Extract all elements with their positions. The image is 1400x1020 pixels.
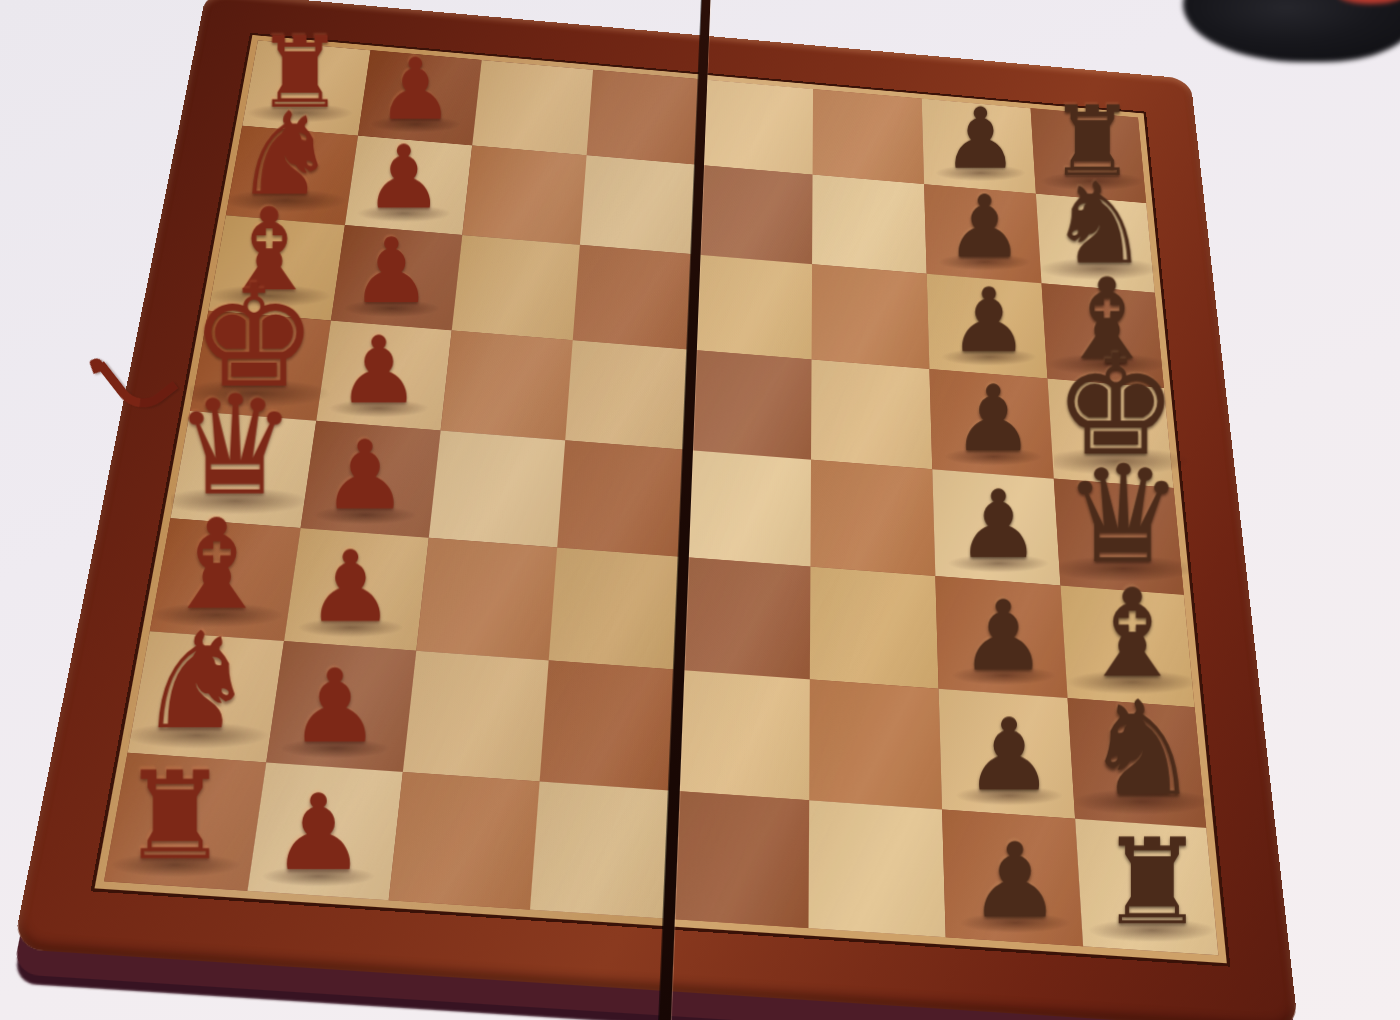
square-r6c4[interactable] xyxy=(674,670,809,800)
pawn-glyph: ♟ xyxy=(289,656,380,758)
piece-black-pawn[interactable]: ♟ xyxy=(924,97,1037,181)
chess-board: ♜♟♟♜♞♟♟♞♝♟♟♝♚♟♟♚♛♟♟♛♝♟♟♝♞♟♟♞♜♟♟♜ xyxy=(13,0,1299,1020)
square-r2c4[interactable] xyxy=(692,254,812,359)
piece-black-pawn[interactable]: ♟ xyxy=(946,830,1085,933)
square-r6c5[interactable] xyxy=(809,679,942,809)
piece-white-rook[interactable]: ♜ xyxy=(104,755,246,877)
pawn-glyph: ♟ xyxy=(956,478,1040,572)
square-r6c2[interactable] xyxy=(403,651,548,781)
rook-glyph: ♜ xyxy=(1098,823,1204,942)
square-r3c4[interactable] xyxy=(688,349,811,459)
square-r2c5[interactable] xyxy=(811,264,929,369)
square-r4c1[interactable]: ♟ xyxy=(300,421,441,538)
pawn-glyph: ♟ xyxy=(946,184,1023,270)
pawn-glyph: ♟ xyxy=(943,97,1018,181)
square-r1c4[interactable] xyxy=(696,165,812,265)
piece-white-pawn[interactable]: ♟ xyxy=(284,538,416,637)
square-r3c1[interactable]: ♟ xyxy=(316,320,452,430)
red-detail xyxy=(1337,0,1400,4)
square-r5c1[interactable]: ♟ xyxy=(283,528,428,651)
square-r7c3[interactable] xyxy=(529,781,674,919)
square-r2c3[interactable] xyxy=(572,245,696,350)
square-r1c2[interactable] xyxy=(462,145,586,245)
square-r4c3[interactable] xyxy=(557,440,688,556)
square-r6c6[interactable]: ♟ xyxy=(939,689,1075,818)
knight-glyph: ♞ xyxy=(137,615,257,748)
square-r5c4[interactable] xyxy=(679,557,810,680)
piece-black-pawn[interactable]: ♟ xyxy=(932,374,1055,465)
rook-glyph: ♜ xyxy=(121,755,230,877)
square-r7c5[interactable] xyxy=(808,800,946,937)
pawn-glyph: ♟ xyxy=(337,324,420,417)
piece-white-pawn[interactable]: ♟ xyxy=(358,47,472,132)
piece-white-pawn[interactable]: ♟ xyxy=(345,134,463,222)
square-r2c1[interactable]: ♟ xyxy=(331,225,463,330)
square-r3c5[interactable] xyxy=(811,359,933,469)
pawn-glyph: ♟ xyxy=(271,781,365,886)
square-r2c2[interactable] xyxy=(452,235,580,340)
square-r4c4[interactable] xyxy=(684,450,811,566)
unidentified-dark-object xyxy=(1183,0,1400,62)
board-frame: ♜♟♟♜♞♟♟♞♝♟♟♝♚♟♟♚♛♟♟♛♝♟♟♝♞♟♟♞♜♟♟♜ xyxy=(13,0,1299,1020)
piece-black-pawn[interactable]: ♟ xyxy=(929,276,1048,365)
piece-black-knight[interactable]: ♞ xyxy=(1074,684,1208,814)
piece-black-pawn[interactable]: ♟ xyxy=(935,478,1061,572)
square-r4c5[interactable] xyxy=(810,460,935,576)
square-r5c3[interactable] xyxy=(548,547,684,670)
piece-black-pawn[interactable]: ♟ xyxy=(927,184,1043,270)
pawn-glyph: ♟ xyxy=(306,538,394,637)
square-r1c3[interactable] xyxy=(579,155,699,255)
square-r0c4[interactable] xyxy=(699,79,812,174)
square-r6c0[interactable]: ♞ xyxy=(128,631,284,762)
piece-black-pawn[interactable]: ♟ xyxy=(942,705,1076,805)
square-r3c3[interactable] xyxy=(565,340,692,450)
pawn-glyph: ♟ xyxy=(953,374,1035,465)
board-grid: ♜♟♟♜♞♟♟♞♝♟♟♝♚♟♟♚♛♟♟♛♝♟♟♝♞♟♟♞♜♟♟♜ xyxy=(104,40,1218,955)
piece-black-rook[interactable]: ♜ xyxy=(1082,823,1220,942)
square-r4c2[interactable] xyxy=(429,431,565,547)
pawn-glyph: ♟ xyxy=(969,830,1062,933)
knight-glyph: ♞ xyxy=(1083,684,1200,814)
pawn-glyph: ♟ xyxy=(960,588,1047,685)
square-r7c1[interactable]: ♟ xyxy=(247,762,403,900)
pawn-glyph: ♟ xyxy=(949,276,1029,365)
square-r4c6[interactable]: ♟ xyxy=(932,469,1060,585)
piece-white-pawn[interactable]: ♟ xyxy=(266,656,403,758)
pawn-glyph: ♟ xyxy=(364,134,443,222)
piece-white-knight[interactable]: ♞ xyxy=(128,615,265,748)
square-r6c3[interactable] xyxy=(539,660,679,790)
square-r5c5[interactable] xyxy=(809,566,938,689)
pawn-glyph: ♟ xyxy=(377,47,453,132)
square-r7c0[interactable]: ♜ xyxy=(104,752,266,891)
square-r7c2[interactable] xyxy=(389,771,539,909)
square-r6c7[interactable]: ♞ xyxy=(1067,698,1206,827)
piece-black-pawn[interactable]: ♟ xyxy=(939,588,1069,685)
square-r7c7[interactable]: ♜ xyxy=(1075,818,1219,955)
square-r3c2[interactable] xyxy=(441,330,573,440)
photo-scene: ♜♟♟♜♞♟♟♞♝♟♟♝♚♟♟♚♛♟♟♛♝♟♟♝♞♟♟♞♜♟♟♜ xyxy=(0,0,1400,1020)
board-playing-area: ♜♟♟♜♞♟♟♞♝♟♟♝♚♟♟♚♛♟♟♛♝♟♟♝♞♟♟♞♜♟♟♜ xyxy=(90,33,1230,967)
piece-white-pawn[interactable]: ♟ xyxy=(300,428,428,524)
square-r0c5[interactable] xyxy=(812,89,924,184)
pawn-glyph: ♟ xyxy=(351,227,432,317)
pawn-glyph: ♟ xyxy=(964,705,1054,805)
square-r5c2[interactable] xyxy=(416,537,556,660)
square-r7c6[interactable]: ♟ xyxy=(942,809,1082,946)
square-r6c1[interactable]: ♟ xyxy=(266,641,416,771)
square-r0c3[interactable] xyxy=(586,70,703,165)
pawn-glyph: ♟ xyxy=(322,428,408,524)
square-r1c5[interactable] xyxy=(812,174,927,273)
square-r0c2[interactable] xyxy=(472,60,592,155)
piece-white-pawn[interactable]: ♟ xyxy=(316,324,441,417)
square-r3c6[interactable]: ♟ xyxy=(929,369,1053,479)
piece-white-pawn[interactable]: ♟ xyxy=(247,781,388,886)
piece-white-pawn[interactable]: ♟ xyxy=(331,227,452,317)
square-r7c4[interactable] xyxy=(669,790,808,928)
square-r5c6[interactable]: ♟ xyxy=(935,576,1067,698)
square-r2c6[interactable]: ♟ xyxy=(927,274,1047,378)
